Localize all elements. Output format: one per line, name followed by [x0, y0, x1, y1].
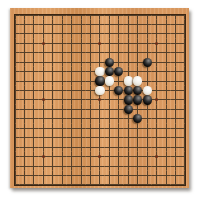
intersection[interactable]: [29, 29, 38, 38]
intersection[interactable]: [20, 86, 29, 95]
intersection[interactable]: [39, 67, 48, 76]
intersection[interactable]: [57, 86, 66, 95]
intersection[interactable]: [114, 105, 123, 114]
intersection[interactable]: [105, 29, 114, 38]
intersection[interactable]: [161, 48, 170, 57]
intersection[interactable]: [142, 124, 151, 133]
intersection[interactable]: [48, 76, 57, 85]
intersection[interactable]: [20, 95, 29, 104]
intersection[interactable]: [48, 161, 57, 170]
intersection[interactable]: [114, 171, 123, 180]
intersection[interactable]: [124, 180, 133, 186]
intersection[interactable]: [142, 95, 151, 104]
intersection[interactable]: [133, 67, 142, 76]
intersection[interactable]: [171, 105, 180, 114]
intersection[interactable]: [39, 95, 48, 104]
intersection[interactable]: [180, 114, 186, 123]
black-stone[interactable]: [95, 76, 104, 85]
intersection[interactable]: [48, 86, 57, 95]
black-stone[interactable]: [143, 58, 152, 67]
intersection[interactable]: [114, 161, 123, 170]
intersection[interactable]: [161, 161, 170, 170]
intersection[interactable]: [105, 67, 114, 76]
intersection[interactable]: [76, 76, 85, 85]
intersection[interactable]: [95, 124, 104, 133]
intersection[interactable]: [29, 39, 38, 48]
intersection[interactable]: [95, 76, 104, 85]
intersection[interactable]: [57, 180, 66, 186]
intersection[interactable]: [76, 20, 85, 29]
intersection[interactable]: [48, 152, 57, 161]
intersection[interactable]: [114, 124, 123, 133]
intersection[interactable]: [133, 76, 142, 85]
intersection[interactable]: [57, 29, 66, 38]
intersection[interactable]: [20, 29, 29, 38]
intersection[interactable]: [105, 39, 114, 48]
intersection[interactable]: [142, 133, 151, 142]
intersection[interactable]: [29, 152, 38, 161]
intersection[interactable]: [39, 161, 48, 170]
intersection[interactable]: [171, 20, 180, 29]
intersection[interactable]: [124, 86, 133, 95]
intersection[interactable]: [76, 142, 85, 151]
intersection[interactable]: [57, 95, 66, 104]
intersection[interactable]: [29, 86, 38, 95]
intersection[interactable]: [86, 48, 95, 57]
intersection[interactable]: [124, 29, 133, 38]
intersection[interactable]: [105, 114, 114, 123]
intersection[interactable]: [152, 142, 161, 151]
intersection[interactable]: [180, 86, 186, 95]
intersection[interactable]: [95, 86, 104, 95]
intersection[interactable]: [95, 142, 104, 151]
intersection[interactable]: [171, 39, 180, 48]
intersection[interactable]: [180, 29, 186, 38]
intersection[interactable]: [95, 57, 104, 66]
intersection[interactable]: [171, 29, 180, 38]
intersection[interactable]: [48, 57, 57, 66]
intersection[interactable]: [95, 133, 104, 142]
white-stone[interactable]: [124, 76, 133, 85]
intersection[interactable]: [152, 124, 161, 133]
intersection[interactable]: [142, 86, 151, 95]
intersection[interactable]: [114, 180, 123, 186]
intersection[interactable]: [39, 105, 48, 114]
intersection[interactable]: [161, 105, 170, 114]
intersection[interactable]: [124, 152, 133, 161]
intersection[interactable]: [29, 171, 38, 180]
intersection[interactable]: [114, 20, 123, 29]
intersection[interactable]: [48, 133, 57, 142]
intersection[interactable]: [105, 133, 114, 142]
intersection[interactable]: [20, 57, 29, 66]
intersection[interactable]: [57, 124, 66, 133]
intersection[interactable]: [86, 105, 95, 114]
intersection[interactable]: [105, 124, 114, 133]
intersection[interactable]: [171, 152, 180, 161]
intersection[interactable]: [171, 95, 180, 104]
intersection[interactable]: [86, 20, 95, 29]
intersection[interactable]: [180, 124, 186, 133]
intersection[interactable]: [57, 48, 66, 57]
intersection[interactable]: [86, 152, 95, 161]
intersection[interactable]: [76, 105, 85, 114]
intersection[interactable]: [48, 48, 57, 57]
intersection[interactable]: [133, 57, 142, 66]
intersection[interactable]: [114, 95, 123, 104]
intersection[interactable]: [105, 105, 114, 114]
intersection[interactable]: [48, 171, 57, 180]
black-stone[interactable]: [114, 67, 123, 76]
intersection[interactable]: [39, 142, 48, 151]
intersection[interactable]: [142, 20, 151, 29]
black-stone[interactable]: [124, 105, 133, 114]
intersection[interactable]: [152, 48, 161, 57]
intersection[interactable]: [20, 20, 29, 29]
intersection[interactable]: [20, 124, 29, 133]
black-stone[interactable]: [133, 114, 142, 123]
intersection[interactable]: [39, 180, 48, 186]
intersection[interactable]: [180, 180, 186, 186]
intersection[interactable]: [124, 48, 133, 57]
intersection[interactable]: [161, 152, 170, 161]
intersection[interactable]: [161, 124, 170, 133]
intersection[interactable]: [152, 105, 161, 114]
intersection[interactable]: [133, 95, 142, 104]
intersection[interactable]: [105, 76, 114, 85]
intersection[interactable]: [39, 76, 48, 85]
intersection[interactable]: [161, 29, 170, 38]
intersection[interactable]: [29, 20, 38, 29]
intersection[interactable]: [48, 105, 57, 114]
white-stone[interactable]: [95, 67, 104, 76]
intersection[interactable]: [171, 180, 180, 186]
intersection[interactable]: [133, 142, 142, 151]
intersection[interactable]: [86, 29, 95, 38]
intersection[interactable]: [67, 76, 76, 85]
intersection[interactable]: [152, 133, 161, 142]
intersection[interactable]: [48, 124, 57, 133]
intersection[interactable]: [180, 142, 186, 151]
intersection[interactable]: [142, 152, 151, 161]
intersection[interactable]: [76, 57, 85, 66]
intersection[interactable]: [171, 76, 180, 85]
intersection[interactable]: [76, 180, 85, 186]
intersection[interactable]: [171, 86, 180, 95]
intersection[interactable]: [95, 180, 104, 186]
intersection[interactable]: [133, 20, 142, 29]
intersection[interactable]: [20, 67, 29, 76]
intersection[interactable]: [39, 39, 48, 48]
intersection[interactable]: [114, 133, 123, 142]
intersection[interactable]: [124, 124, 133, 133]
intersection[interactable]: [114, 142, 123, 151]
intersection[interactable]: [67, 133, 76, 142]
intersection[interactable]: [95, 20, 104, 29]
intersection[interactable]: [161, 142, 170, 151]
intersection[interactable]: [133, 86, 142, 95]
intersection[interactable]: [180, 95, 186, 104]
intersection[interactable]: [57, 161, 66, 170]
intersection[interactable]: [161, 95, 170, 104]
intersection[interactable]: [57, 57, 66, 66]
intersection[interactable]: [76, 152, 85, 161]
intersection[interactable]: [171, 114, 180, 123]
intersection[interactable]: [48, 39, 57, 48]
intersection[interactable]: [67, 86, 76, 95]
intersection[interactable]: [152, 152, 161, 161]
intersection[interactable]: [161, 180, 170, 186]
intersection[interactable]: [95, 39, 104, 48]
intersection[interactable]: [161, 76, 170, 85]
intersection[interactable]: [57, 114, 66, 123]
intersection[interactable]: [48, 114, 57, 123]
intersection[interactable]: [48, 95, 57, 104]
intersection[interactable]: [124, 95, 133, 104]
intersection[interactable]: [76, 39, 85, 48]
intersection[interactable]: [105, 161, 114, 170]
intersection[interactable]: [67, 114, 76, 123]
intersection[interactable]: [29, 180, 38, 186]
intersection[interactable]: [171, 48, 180, 57]
intersection[interactable]: [152, 180, 161, 186]
intersection[interactable]: [152, 76, 161, 85]
intersection[interactable]: [67, 48, 76, 57]
intersection[interactable]: [39, 57, 48, 66]
intersection[interactable]: [57, 76, 66, 85]
intersection[interactable]: [57, 142, 66, 151]
intersection[interactable]: [114, 86, 123, 95]
intersection[interactable]: [180, 76, 186, 85]
intersection[interactable]: [171, 171, 180, 180]
intersection[interactable]: [171, 142, 180, 151]
intersection[interactable]: [95, 114, 104, 123]
intersection[interactable]: [57, 171, 66, 180]
intersection[interactable]: [142, 161, 151, 170]
intersection[interactable]: [20, 39, 29, 48]
intersection[interactable]: [180, 48, 186, 57]
intersection[interactable]: [124, 161, 133, 170]
intersection[interactable]: [67, 124, 76, 133]
intersection[interactable]: [142, 39, 151, 48]
intersection[interactable]: [67, 152, 76, 161]
black-stone[interactable]: [114, 86, 123, 95]
intersection[interactable]: [95, 95, 104, 104]
intersection[interactable]: [161, 171, 170, 180]
intersection[interactable]: [180, 161, 186, 170]
intersection[interactable]: [29, 142, 38, 151]
white-stone[interactable]: [143, 86, 152, 95]
intersection[interactable]: [95, 152, 104, 161]
intersection[interactable]: [76, 133, 85, 142]
intersection[interactable]: [29, 76, 38, 85]
intersection[interactable]: [105, 142, 114, 151]
intersection[interactable]: [180, 67, 186, 76]
white-stone[interactable]: [95, 86, 104, 95]
intersection[interactable]: [124, 114, 133, 123]
intersection[interactable]: [67, 142, 76, 151]
intersection[interactable]: [142, 29, 151, 38]
intersection[interactable]: [57, 152, 66, 161]
intersection[interactable]: [142, 105, 151, 114]
intersection[interactable]: [114, 48, 123, 57]
intersection[interactable]: [86, 142, 95, 151]
intersection[interactable]: [48, 29, 57, 38]
intersection[interactable]: [20, 105, 29, 114]
intersection[interactable]: [86, 124, 95, 133]
intersection[interactable]: [133, 29, 142, 38]
intersection[interactable]: [20, 76, 29, 85]
intersection[interactable]: [67, 180, 76, 186]
intersection[interactable]: [161, 133, 170, 142]
intersection[interactable]: [105, 95, 114, 104]
intersection[interactable]: [86, 161, 95, 170]
intersection[interactable]: [114, 67, 123, 76]
intersection[interactable]: [76, 48, 85, 57]
intersection[interactable]: [39, 171, 48, 180]
black-stone[interactable]: [133, 95, 142, 104]
intersection[interactable]: [95, 48, 104, 57]
intersection[interactable]: [76, 86, 85, 95]
intersection[interactable]: [67, 105, 76, 114]
intersection[interactable]: [20, 180, 29, 186]
intersection[interactable]: [57, 133, 66, 142]
intersection[interactable]: [76, 171, 85, 180]
intersection[interactable]: [20, 133, 29, 142]
intersection[interactable]: [142, 114, 151, 123]
intersection[interactable]: [133, 105, 142, 114]
intersection[interactable]: [171, 124, 180, 133]
intersection[interactable]: [86, 76, 95, 85]
intersection[interactable]: [67, 95, 76, 104]
intersection[interactable]: [86, 180, 95, 186]
intersection[interactable]: [95, 171, 104, 180]
intersection[interactable]: [29, 124, 38, 133]
intersection[interactable]: [39, 114, 48, 123]
intersection[interactable]: [133, 171, 142, 180]
intersection[interactable]: [124, 171, 133, 180]
intersection[interactable]: [29, 114, 38, 123]
intersection[interactable]: [180, 152, 186, 161]
intersection[interactable]: [20, 142, 29, 151]
intersection[interactable]: [48, 180, 57, 186]
intersection[interactable]: [67, 29, 76, 38]
intersection[interactable]: [67, 67, 76, 76]
intersection[interactable]: [76, 29, 85, 38]
intersection[interactable]: [76, 161, 85, 170]
intersection[interactable]: [133, 180, 142, 186]
intersection[interactable]: [86, 114, 95, 123]
intersection[interactable]: [124, 20, 133, 29]
intersection[interactable]: [133, 133, 142, 142]
intersection[interactable]: [105, 57, 114, 66]
intersection[interactable]: [180, 105, 186, 114]
intersection[interactable]: [29, 133, 38, 142]
intersection[interactable]: [124, 39, 133, 48]
intersection[interactable]: [180, 20, 186, 29]
intersection[interactable]: [86, 86, 95, 95]
intersection[interactable]: [20, 48, 29, 57]
intersection[interactable]: [105, 152, 114, 161]
intersection[interactable]: [133, 39, 142, 48]
intersection[interactable]: [39, 124, 48, 133]
intersection[interactable]: [105, 171, 114, 180]
intersection[interactable]: [152, 39, 161, 48]
intersection[interactable]: [39, 29, 48, 38]
intersection[interactable]: [86, 39, 95, 48]
intersection[interactable]: [57, 105, 66, 114]
intersection[interactable]: [133, 152, 142, 161]
intersection[interactable]: [152, 161, 161, 170]
intersection[interactable]: [161, 20, 170, 29]
intersection[interactable]: [152, 171, 161, 180]
intersection[interactable]: [39, 20, 48, 29]
intersection[interactable]: [142, 67, 151, 76]
intersection[interactable]: [152, 57, 161, 66]
intersection[interactable]: [124, 133, 133, 142]
intersection[interactable]: [67, 39, 76, 48]
intersection[interactable]: [133, 124, 142, 133]
intersection[interactable]: [86, 95, 95, 104]
white-stone[interactable]: [105, 76, 114, 85]
intersection[interactable]: [180, 57, 186, 66]
intersection[interactable]: [48, 20, 57, 29]
intersection[interactable]: [161, 114, 170, 123]
intersection[interactable]: [171, 161, 180, 170]
black-stone[interactable]: [124, 95, 133, 104]
intersection[interactable]: [142, 180, 151, 186]
intersection[interactable]: [29, 48, 38, 57]
black-stone[interactable]: [133, 86, 142, 95]
white-stone[interactable]: [133, 76, 142, 85]
intersection[interactable]: [57, 39, 66, 48]
intersection[interactable]: [95, 161, 104, 170]
intersection[interactable]: [67, 171, 76, 180]
black-stone[interactable]: [105, 67, 114, 76]
intersection[interactable]: [67, 161, 76, 170]
intersection[interactable]: [114, 114, 123, 123]
intersection[interactable]: [86, 57, 95, 66]
intersection[interactable]: [57, 20, 66, 29]
black-stone[interactable]: [105, 58, 114, 67]
intersection[interactable]: [142, 57, 151, 66]
intersection[interactable]: [105, 20, 114, 29]
intersection[interactable]: [39, 133, 48, 142]
intersection[interactable]: [114, 76, 123, 85]
intersection[interactable]: [29, 67, 38, 76]
intersection[interactable]: [152, 86, 161, 95]
intersection[interactable]: [67, 20, 76, 29]
intersection[interactable]: [39, 152, 48, 161]
intersection[interactable]: [124, 105, 133, 114]
intersection[interactable]: [48, 67, 57, 76]
intersection[interactable]: [124, 67, 133, 76]
intersection[interactable]: [29, 57, 38, 66]
intersection[interactable]: [171, 133, 180, 142]
intersection[interactable]: [48, 142, 57, 151]
intersection[interactable]: [20, 171, 29, 180]
intersection[interactable]: [95, 67, 104, 76]
intersection[interactable]: [114, 39, 123, 48]
intersection[interactable]: [152, 20, 161, 29]
intersection[interactable]: [133, 161, 142, 170]
intersection[interactable]: [133, 114, 142, 123]
intersection[interactable]: [114, 29, 123, 38]
intersection[interactable]: [114, 57, 123, 66]
intersection[interactable]: [114, 152, 123, 161]
intersection[interactable]: [161, 67, 170, 76]
intersection[interactable]: [124, 76, 133, 85]
